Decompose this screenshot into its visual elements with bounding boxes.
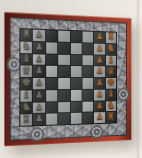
board-square[interactable] bbox=[82, 90, 93, 101]
chess-piece-knight: ♞ bbox=[22, 102, 31, 112]
board-square[interactable] bbox=[46, 78, 57, 89]
engraved-medallion-icon bbox=[117, 88, 130, 102]
board-square[interactable]: ♟ bbox=[33, 78, 45, 89]
board-square[interactable]: ♟ bbox=[33, 30, 45, 41]
chess-piece-queen: ♛ bbox=[22, 66, 31, 76]
board-square[interactable]: ♞ bbox=[20, 41, 32, 52]
board-square[interactable] bbox=[46, 54, 57, 65]
chess-piece-king: ♚ bbox=[107, 78, 115, 87]
chess-piece-knight: ♞ bbox=[107, 44, 115, 53]
board-square[interactable] bbox=[71, 66, 82, 77]
chess-piece-pawn: ♟ bbox=[35, 66, 43, 75]
board-square[interactable]: ♜ bbox=[106, 112, 116, 123]
board-square[interactable] bbox=[82, 113, 93, 124]
chess-piece-bishop: ♝ bbox=[22, 90, 31, 100]
chess-piece-pawn: ♟ bbox=[96, 101, 103, 109]
board-square[interactable]: ♝ bbox=[20, 90, 32, 101]
chess-piece-pawn: ♟ bbox=[96, 67, 103, 75]
engraved-medallion-icon bbox=[30, 127, 44, 142]
board-square[interactable]: ♞ bbox=[20, 102, 32, 113]
board-square[interactable]: ♟ bbox=[33, 90, 45, 101]
board-square[interactable]: ♜ bbox=[20, 29, 32, 41]
board-square[interactable] bbox=[82, 43, 93, 54]
board-square[interactable]: ♛ bbox=[20, 66, 32, 77]
chess-piece-pawn: ♟ bbox=[96, 32, 103, 41]
wall-background: ♜♟♟♜♞♟♟♞♝♟♟♝♛♟♟♛♚♟♟♚♝♟♟♝♞♟♟♞♜♟♟♜ bbox=[0, 0, 142, 158]
chess-piece-rook: ♜ bbox=[22, 29, 31, 39]
chess-piece-pawn: ♟ bbox=[96, 90, 103, 98]
board-square[interactable]: ♟ bbox=[33, 102, 45, 113]
board-square[interactable] bbox=[82, 101, 93, 112]
board-square[interactable]: ♟ bbox=[94, 43, 105, 54]
board-square[interactable] bbox=[71, 31, 82, 42]
board-square[interactable] bbox=[82, 31, 93, 42]
board-square[interactable] bbox=[71, 90, 82, 101]
board-square[interactable]: ♜ bbox=[20, 114, 32, 125]
board-square[interactable]: ♛ bbox=[106, 67, 116, 77]
chess-piece-pawn: ♟ bbox=[35, 42, 43, 51]
board-square[interactable]: ♟ bbox=[94, 101, 105, 112]
board-square[interactable] bbox=[58, 66, 69, 77]
board-square[interactable] bbox=[71, 43, 82, 54]
board-square[interactable]: ♟ bbox=[94, 32, 105, 43]
board-square[interactable] bbox=[46, 102, 57, 113]
chess-piece-pawn: ♟ bbox=[35, 114, 43, 123]
chess-piece-pawn: ♟ bbox=[96, 44, 103, 52]
chess-piece-pawn: ♟ bbox=[35, 90, 43, 99]
chess-piece-bishop: ♝ bbox=[22, 54, 31, 64]
board-square[interactable] bbox=[82, 55, 93, 66]
board-square[interactable]: ♞ bbox=[106, 44, 116, 55]
board-square[interactable]: ♟ bbox=[94, 78, 105, 89]
chess-piece-knight: ♞ bbox=[22, 41, 31, 51]
board-square[interactable]: ♟ bbox=[94, 66, 105, 77]
board-square[interactable] bbox=[58, 31, 69, 42]
board-square[interactable] bbox=[58, 54, 69, 65]
board-square[interactable] bbox=[71, 54, 82, 65]
chess-piece-pawn: ♟ bbox=[96, 78, 103, 86]
engraved-pewter-border: ♜♟♟♜♞♟♟♞♝♟♟♝♛♟♟♛♚♟♟♚♝♟♟♝♞♟♟♞♜♟♟♜ bbox=[10, 17, 127, 141]
board-square[interactable] bbox=[58, 42, 69, 53]
board-square[interactable] bbox=[82, 66, 93, 77]
board-square[interactable] bbox=[46, 66, 57, 77]
board-square[interactable]: ♟ bbox=[33, 54, 45, 65]
board-square[interactable]: ♟ bbox=[33, 42, 45, 53]
chess-piece-queen: ♛ bbox=[107, 67, 115, 76]
board-square[interactable] bbox=[46, 42, 57, 53]
board-square[interactable] bbox=[71, 78, 82, 89]
board-square[interactable]: ♝ bbox=[106, 89, 116, 100]
chess-piece-pawn: ♟ bbox=[96, 113, 103, 122]
wooden-frame: ♜♟♟♜♞♟♟♞♝♟♟♝♛♟♟♛♚♟♟♚♝♟♟♝♞♟♟♞♜♟♟♜ bbox=[4, 12, 131, 147]
board-square[interactable]: ♚ bbox=[106, 78, 116, 88]
board-square[interactable] bbox=[71, 113, 82, 124]
chess-piece-pawn: ♟ bbox=[96, 55, 103, 63]
board-square[interactable]: ♝ bbox=[106, 55, 116, 66]
chess-piece-rook: ♜ bbox=[107, 32, 115, 41]
board-square[interactable]: ♜ bbox=[106, 32, 116, 43]
framed-board-tilted: ♜♟♟♜♞♟♟♞♝♟♟♝♛♟♟♛♚♟♟♚♝♟♟♝♞♟♟♞♜♟♟♜ bbox=[4, 12, 131, 147]
chess-board: ♜♟♟♜♞♟♟♞♝♟♟♝♛♟♟♛♚♟♟♚♝♟♟♝♞♟♟♞♜♟♟♜ bbox=[19, 28, 117, 127]
board-square[interactable]: ♟ bbox=[94, 112, 105, 123]
board-square[interactable]: ♟ bbox=[33, 66, 45, 77]
board-square[interactable] bbox=[58, 78, 69, 89]
chess-piece-pawn: ♟ bbox=[35, 30, 43, 39]
chess-piece-pawn: ♟ bbox=[35, 54, 43, 63]
board-square[interactable] bbox=[58, 90, 69, 101]
chess-piece-king: ♚ bbox=[22, 78, 31, 88]
chess-piece-bishop: ♝ bbox=[107, 55, 115, 64]
board-square[interactable]: ♟ bbox=[33, 114, 45, 125]
chess-piece-pawn: ♟ bbox=[35, 78, 43, 87]
board-square[interactable]: ♟ bbox=[94, 89, 105, 100]
chess-piece-bishop: ♝ bbox=[107, 89, 115, 98]
board-square[interactable] bbox=[46, 114, 57, 125]
board-square[interactable]: ♟ bbox=[94, 55, 105, 66]
board-square[interactable]: ♝ bbox=[20, 54, 32, 65]
board-square[interactable] bbox=[71, 101, 82, 112]
engraved-medallion-icon bbox=[90, 125, 103, 139]
board-square[interactable] bbox=[58, 102, 69, 113]
board-square[interactable] bbox=[58, 113, 69, 124]
board-square[interactable] bbox=[46, 90, 57, 101]
board-square[interactable]: ♞ bbox=[106, 101, 116, 112]
chess-piece-knight: ♞ bbox=[107, 101, 115, 110]
chess-piece-rook: ♜ bbox=[107, 112, 115, 121]
chess-piece-pawn: ♟ bbox=[35, 102, 43, 111]
board-square[interactable] bbox=[82, 78, 93, 89]
chess-piece-rook: ♜ bbox=[22, 114, 31, 124]
board-square[interactable] bbox=[46, 30, 57, 41]
board-square[interactable]: ♚ bbox=[20, 78, 32, 89]
